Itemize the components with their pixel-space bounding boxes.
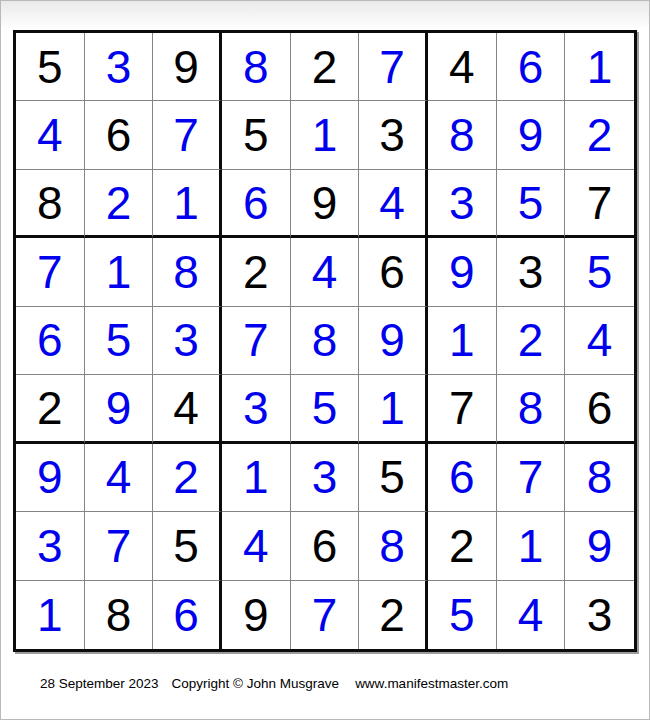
cell-r2c1[interactable]: 4: [16, 101, 85, 169]
cell-r8c2[interactable]: 7: [85, 512, 154, 580]
cell-r2c4[interactable]: 5: [222, 101, 291, 169]
cell-r8c1[interactable]: 3: [16, 512, 85, 580]
cell-r4c7[interactable]: 9: [428, 238, 497, 306]
cell-r6c1[interactable]: 2: [16, 375, 85, 443]
cell-r6c4[interactable]: 3: [222, 375, 291, 443]
cell-r8c3[interactable]: 5: [153, 512, 222, 580]
cell-r3c5[interactable]: 9: [291, 170, 360, 238]
cell-r5c7[interactable]: 1: [428, 307, 497, 375]
cell-r3c9[interactable]: 7: [565, 170, 634, 238]
cell-r7c8[interactable]: 7: [497, 444, 566, 512]
cell-r8c6[interactable]: 8: [359, 512, 428, 580]
cell-r7c9[interactable]: 8: [565, 444, 634, 512]
cell-r8c8[interactable]: 1: [497, 512, 566, 580]
cell-r9c6[interactable]: 2: [359, 581, 428, 649]
cell-r7c7[interactable]: 6: [428, 444, 497, 512]
cell-r3c1[interactable]: 8: [16, 170, 85, 238]
header-band: [1, 1, 649, 27]
cell-r9c9[interactable]: 3: [565, 581, 634, 649]
cell-r1c9[interactable]: 1: [565, 33, 634, 101]
cell-r8c7[interactable]: 2: [428, 512, 497, 580]
cell-r2c3[interactable]: 7: [153, 101, 222, 169]
cell-r7c6[interactable]: 5: [359, 444, 428, 512]
cell-r5c8[interactable]: 2: [497, 307, 566, 375]
cell-r3c3[interactable]: 1: [153, 170, 222, 238]
cell-r9c5[interactable]: 7: [291, 581, 360, 649]
cell-r4c1[interactable]: 7: [16, 238, 85, 306]
cell-r6c2[interactable]: 9: [85, 375, 154, 443]
cell-r3c2[interactable]: 2: [85, 170, 154, 238]
cell-r6c7[interactable]: 7: [428, 375, 497, 443]
cell-r8c4[interactable]: 4: [222, 512, 291, 580]
cell-r4c4[interactable]: 2: [222, 238, 291, 306]
cell-r2c6[interactable]: 3: [359, 101, 428, 169]
cell-r6c9[interactable]: 6: [565, 375, 634, 443]
cell-r5c6[interactable]: 9: [359, 307, 428, 375]
cell-r9c2[interactable]: 8: [85, 581, 154, 649]
cell-r1c2[interactable]: 3: [85, 33, 154, 101]
cell-r4c9[interactable]: 5: [565, 238, 634, 306]
cell-r7c3[interactable]: 2: [153, 444, 222, 512]
copyright-text: Copyright © John Musgrave: [172, 676, 340, 691]
cell-r2c9[interactable]: 2: [565, 101, 634, 169]
cell-r8c5[interactable]: 6: [291, 512, 360, 580]
cell-r4c8[interactable]: 3: [497, 238, 566, 306]
cell-r1c8[interactable]: 6: [497, 33, 566, 101]
cell-r9c8[interactable]: 4: [497, 581, 566, 649]
cell-r9c4[interactable]: 9: [222, 581, 291, 649]
cell-r5c4[interactable]: 7: [222, 307, 291, 375]
cell-r6c6[interactable]: 1: [359, 375, 428, 443]
cell-r3c7[interactable]: 3: [428, 170, 497, 238]
cell-r5c3[interactable]: 3: [153, 307, 222, 375]
cell-r4c6[interactable]: 6: [359, 238, 428, 306]
footer: 28 September 2023Copyright © John Musgra…: [40, 676, 508, 691]
cell-r8c9[interactable]: 9: [565, 512, 634, 580]
cell-r9c1[interactable]: 1: [16, 581, 85, 649]
cell-r4c3[interactable]: 8: [153, 238, 222, 306]
website-link[interactable]: www.manifestmaster.com: [355, 676, 508, 691]
cell-r3c4[interactable]: 6: [222, 170, 291, 238]
cell-r1c6[interactable]: 7: [359, 33, 428, 101]
cell-r1c5[interactable]: 2: [291, 33, 360, 101]
cell-r6c5[interactable]: 5: [291, 375, 360, 443]
cell-r7c2[interactable]: 4: [85, 444, 154, 512]
cell-r9c7[interactable]: 5: [428, 581, 497, 649]
cell-r7c5[interactable]: 3: [291, 444, 360, 512]
page-background: 5398274614675138928216943577182469356537…: [0, 0, 650, 720]
cell-r4c2[interactable]: 1: [85, 238, 154, 306]
cell-r6c8[interactable]: 8: [497, 375, 566, 443]
puzzle-date: 28 September 2023: [40, 676, 159, 691]
cell-r1c1[interactable]: 5: [16, 33, 85, 101]
cell-r5c5[interactable]: 8: [291, 307, 360, 375]
cell-r1c3[interactable]: 9: [153, 33, 222, 101]
cell-r5c1[interactable]: 6: [16, 307, 85, 375]
cell-r2c5[interactable]: 1: [291, 101, 360, 169]
cell-r1c4[interactable]: 8: [222, 33, 291, 101]
cell-r6c3[interactable]: 4: [153, 375, 222, 443]
cell-r7c4[interactable]: 1: [222, 444, 291, 512]
cell-r2c2[interactable]: 6: [85, 101, 154, 169]
cell-r5c2[interactable]: 5: [85, 307, 154, 375]
cell-r1c7[interactable]: 4: [428, 33, 497, 101]
cell-r5c9[interactable]: 4: [565, 307, 634, 375]
cell-r3c8[interactable]: 5: [497, 170, 566, 238]
cell-r4c5[interactable]: 4: [291, 238, 360, 306]
cell-r9c3[interactable]: 6: [153, 581, 222, 649]
cell-r2c8[interactable]: 9: [497, 101, 566, 169]
cell-r2c7[interactable]: 8: [428, 101, 497, 169]
cell-r7c1[interactable]: 9: [16, 444, 85, 512]
sudoku-board: 5398274614675138928216943577182469356537…: [13, 30, 637, 652]
cell-r3c6[interactable]: 4: [359, 170, 428, 238]
